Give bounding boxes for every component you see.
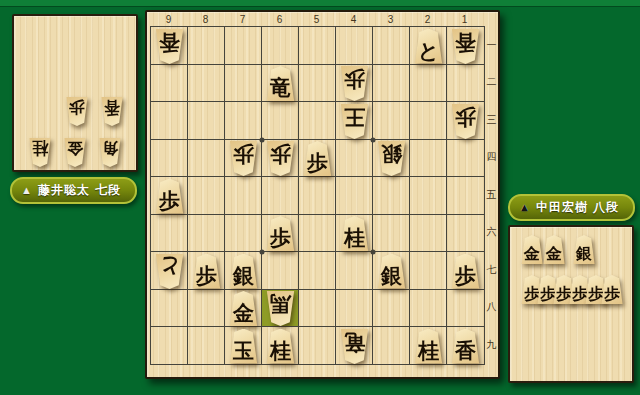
cell-8-2[interactable] <box>188 65 225 103</box>
piece-kanji: 王 <box>344 107 365 128</box>
piece-kanji: 銀 <box>381 265 402 286</box>
gote-turn-marker-icon: ▲ <box>21 185 32 196</box>
cell-1-6[interactable] <box>447 215 484 253</box>
piece-body: 歩 <box>265 141 296 176</box>
piece-王-43[interactable]: 王 <box>339 104 370 139</box>
piece-body: 歩 <box>339 66 370 101</box>
sente-player-label: ▲ 中田宏樹 八段 <box>508 194 635 221</box>
piece-kanji: 歩 <box>307 152 328 173</box>
cell-6-1[interactable] <box>262 27 299 65</box>
piece-kanji: 桂 <box>270 340 291 361</box>
rank-label-8: 八 <box>485 289 498 327</box>
piece-香-19[interactable]: 香 <box>450 329 481 364</box>
piece-kanji: 銀 <box>576 246 592 262</box>
piece-body: 歩 <box>450 254 481 289</box>
piece-kanji: 馬 <box>270 294 291 315</box>
piece-歩[interactable]: 歩 <box>600 275 624 304</box>
star-point <box>260 137 265 142</box>
piece-body: 金 <box>520 235 544 264</box>
piece-kanji: 竜 <box>270 77 291 98</box>
piece-body: 歩 <box>600 275 624 304</box>
piece-kanji: 金 <box>67 140 83 156</box>
rank-label-5: 五 <box>485 176 498 214</box>
rank-label-3: 三 <box>485 101 498 139</box>
cell-5-1[interactable] <box>299 27 336 65</box>
cell-8-4[interactable] <box>188 140 225 178</box>
cell-2-6[interactable] <box>410 215 447 253</box>
piece-body: と <box>154 254 185 289</box>
piece-body: 角 <box>98 138 122 167</box>
piece-香-11[interactable]: 香 <box>450 29 481 64</box>
piece-歩-74[interactable]: 歩 <box>228 141 259 176</box>
piece-kanji: 歩 <box>196 265 217 286</box>
piece-銀-34[interactable]: 銀 <box>376 141 407 176</box>
piece-kanji: 金 <box>546 246 562 262</box>
piece-kanji: 香 <box>104 99 120 115</box>
piece-body: 香 <box>450 329 481 364</box>
piece-body: 歩 <box>265 216 296 251</box>
piece-body: 王 <box>339 104 370 139</box>
cell-5-6[interactable] <box>299 215 336 253</box>
piece-kanji: 歩 <box>270 144 291 165</box>
piece-銀[interactable]: 銀 <box>572 235 596 264</box>
cell-2-8[interactable] <box>410 290 447 328</box>
piece-金[interactable]: 金 <box>542 235 566 264</box>
piece-body: 金 <box>63 138 87 167</box>
cell-2-3[interactable] <box>410 102 447 140</box>
piece-桂-69[interactable]: 桂 <box>265 329 296 364</box>
cell-7-3[interactable] <box>225 102 262 140</box>
piece-kanji: と <box>418 40 440 61</box>
piece-kanji: 銀 <box>233 265 254 286</box>
cell-9-6[interactable] <box>151 215 188 253</box>
cell-4-8[interactable] <box>336 290 373 328</box>
star-point <box>371 250 376 255</box>
piece-玉-79[interactable]: 玉 <box>228 329 259 364</box>
cell-4-7[interactable] <box>336 252 373 290</box>
cell-4-4[interactable] <box>336 140 373 178</box>
piece-kanji: 銀 <box>381 144 402 165</box>
cell-8-9[interactable] <box>188 327 225 365</box>
rank-label-4: 四 <box>485 139 498 177</box>
piece-歩-13[interactable]: 歩 <box>450 104 481 139</box>
file-label-4: 4 <box>335 14 372 26</box>
board-grid: 香と香竜歩王歩歩歩歩銀歩歩桂と歩銀銀歩金馬玉桂竜桂香 <box>150 26 485 365</box>
piece-body: 歩 <box>65 97 89 126</box>
cell-7-2[interactable] <box>225 65 262 103</box>
cell-5-2[interactable] <box>299 65 336 103</box>
sente-player-name: 中田宏樹 八段 <box>536 199 619 216</box>
piece-kanji: 歩 <box>455 107 476 128</box>
rank-coordinate-labels: 一二三四五六七八九 <box>485 26 498 364</box>
piece-金-78[interactable]: 金 <box>228 291 259 326</box>
piece-kanji: 歩 <box>270 227 291 248</box>
piece-body: 桂 <box>28 138 52 167</box>
piece-歩-64[interactable]: 歩 <box>265 141 296 176</box>
rank-label-6: 六 <box>485 214 498 252</box>
piece-歩-54[interactable]: 歩 <box>302 141 333 176</box>
piece-香[interactable]: 香 <box>100 97 124 126</box>
piece-と-97[interactable]: と <box>154 254 185 289</box>
cell-3-1[interactable] <box>373 27 410 65</box>
star-point <box>260 250 265 255</box>
piece-body: 香 <box>154 29 185 64</box>
cell-2-2[interactable] <box>410 65 447 103</box>
cell-7-1[interactable] <box>225 27 262 65</box>
piece-と-21[interactable]: と <box>413 29 444 64</box>
rank-label-9: 九 <box>485 326 498 364</box>
piece-body: 玉 <box>228 329 259 364</box>
piece-歩-42[interactable]: 歩 <box>339 66 370 101</box>
piece-kanji: 歩 <box>604 286 620 302</box>
piece-桂-46[interactable]: 桂 <box>339 216 370 251</box>
star-point <box>371 137 376 142</box>
piece-kanji: 歩 <box>233 144 254 165</box>
file-label-6: 6 <box>261 14 298 26</box>
piece-body: 銀 <box>572 235 596 264</box>
piece-竜-62[interactable]: 竜 <box>265 66 296 101</box>
cell-3-9[interactable] <box>373 327 410 365</box>
file-label-3: 3 <box>372 14 409 26</box>
cell-6-5[interactable] <box>262 177 299 215</box>
cell-8-1[interactable] <box>188 27 225 65</box>
piece-body: 歩 <box>228 141 259 176</box>
cell-3-8[interactable] <box>373 290 410 328</box>
cell-1-2[interactable] <box>447 65 484 103</box>
cell-4-1[interactable] <box>336 27 373 65</box>
piece-body: と <box>413 29 444 64</box>
cell-6-3[interactable] <box>262 102 299 140</box>
cell-7-6[interactable] <box>225 215 262 253</box>
piece-銀-77[interactable]: 銀 <box>228 254 259 289</box>
file-label-2: 2 <box>409 14 446 26</box>
cell-3-3[interactable] <box>373 102 410 140</box>
piece-香-91[interactable]: 香 <box>154 29 185 64</box>
cell-3-6[interactable] <box>373 215 410 253</box>
piece-kanji: 玉 <box>233 340 254 361</box>
piece-body: 歩 <box>450 104 481 139</box>
piece-歩[interactable]: 歩 <box>65 97 89 126</box>
piece-body: 銀 <box>376 254 407 289</box>
piece-kanji: 歩 <box>455 265 476 286</box>
cell-5-3[interactable] <box>299 102 336 140</box>
cell-6-7[interactable] <box>262 252 299 290</box>
cell-2-5[interactable] <box>410 177 447 215</box>
file-coordinate-labels: 987654321 <box>150 14 483 26</box>
piece-金[interactable]: 金 <box>63 138 87 167</box>
piece-kanji: 角 <box>102 140 118 156</box>
shogi-board: 987654321 一二三四五六七八九 香と香竜歩王歩歩歩歩銀歩歩桂と歩銀銀歩金… <box>145 10 500 379</box>
piece-body: 歩 <box>154 179 185 214</box>
piece-kanji: 歩 <box>344 69 365 90</box>
top-strip <box>0 0 640 7</box>
piece-kanji: 香 <box>159 32 180 53</box>
piece-桂[interactable]: 桂 <box>28 138 52 167</box>
piece-body: 金 <box>542 235 566 264</box>
cell-4-5[interactable] <box>336 177 373 215</box>
piece-kanji: 歩 <box>69 99 85 115</box>
piece-kanji: 桂 <box>418 340 439 361</box>
piece-kanji: と <box>159 257 181 278</box>
cell-1-5[interactable] <box>447 177 484 215</box>
piece-body: 歩 <box>302 141 333 176</box>
cell-2-7[interactable] <box>410 252 447 290</box>
piece-角[interactable]: 角 <box>98 138 122 167</box>
cell-5-9[interactable] <box>299 327 336 365</box>
piece-kanji: 香 <box>455 340 476 361</box>
cell-2-4[interactable] <box>410 140 447 178</box>
cell-8-8[interactable] <box>188 290 225 328</box>
cell-7-5[interactable] <box>225 177 262 215</box>
cell-3-5[interactable] <box>373 177 410 215</box>
cell-8-6[interactable] <box>188 215 225 253</box>
piece-銀-37[interactable]: 銀 <box>376 254 407 289</box>
piece-body: 銀 <box>376 141 407 176</box>
rank-label-2: 二 <box>485 64 498 102</box>
piece-body: 桂 <box>265 329 296 364</box>
gote-captured-tray: 歩香桂金角 <box>12 14 138 172</box>
piece-歩-17[interactable]: 歩 <box>450 254 481 289</box>
cell-9-3[interactable] <box>151 102 188 140</box>
gote-player-label: ▲ 藤井聡太 七段 <box>10 177 137 204</box>
piece-kanji: 金 <box>524 246 540 262</box>
piece-body: 香 <box>450 29 481 64</box>
cell-9-4[interactable] <box>151 140 188 178</box>
cell-3-2[interactable] <box>373 65 410 103</box>
piece-body: 馬 <box>265 291 296 326</box>
file-label-1: 1 <box>446 14 483 26</box>
piece-body: 桂 <box>339 216 370 251</box>
piece-馬-68[interactable]: 馬 <box>265 291 296 326</box>
piece-kanji: 桂 <box>344 227 365 248</box>
piece-竜-49[interactable]: 竜 <box>339 329 370 364</box>
piece-body: 歩 <box>191 254 222 289</box>
cell-1-4[interactable] <box>447 140 484 178</box>
file-label-8: 8 <box>187 14 224 26</box>
piece-body: 銀 <box>228 254 259 289</box>
piece-kanji: 香 <box>455 32 476 53</box>
piece-body: 香 <box>100 97 124 126</box>
cell-1-8[interactable] <box>447 290 484 328</box>
piece-body: 金 <box>228 291 259 326</box>
piece-body: 竜 <box>265 66 296 101</box>
file-label-9: 9 <box>150 14 187 26</box>
sente-captured-tray: 金金銀歩歩歩歩歩歩 <box>508 225 634 383</box>
piece-金[interactable]: 金 <box>520 235 544 264</box>
cell-8-5[interactable] <box>188 177 225 215</box>
cell-9-8[interactable] <box>151 290 188 328</box>
piece-歩-95[interactable]: 歩 <box>154 179 185 214</box>
piece-歩-87[interactable]: 歩 <box>191 254 222 289</box>
file-label-7: 7 <box>224 14 261 26</box>
piece-kanji: 金 <box>233 302 254 323</box>
cell-9-2[interactable] <box>151 65 188 103</box>
rank-label-1: 一 <box>485 26 498 64</box>
piece-kanji: 竜 <box>344 332 365 353</box>
piece-body: 桂 <box>413 329 444 364</box>
cell-9-9[interactable] <box>151 327 188 365</box>
piece-歩-66[interactable]: 歩 <box>265 216 296 251</box>
rank-label-7: 七 <box>485 251 498 289</box>
piece-kanji: 桂 <box>32 140 48 156</box>
cell-5-7[interactable] <box>299 252 336 290</box>
cell-5-5[interactable] <box>299 177 336 215</box>
gote-player-name: 藤井聡太 七段 <box>38 182 121 199</box>
piece-kanji: 歩 <box>159 190 180 211</box>
piece-body: 竜 <box>339 329 370 364</box>
sente-turn-marker-icon: ▲ <box>519 202 530 213</box>
piece-桂-29[interactable]: 桂 <box>413 329 444 364</box>
cell-8-3[interactable] <box>188 102 225 140</box>
file-label-5: 5 <box>298 14 335 26</box>
cell-5-8[interactable] <box>299 290 336 328</box>
